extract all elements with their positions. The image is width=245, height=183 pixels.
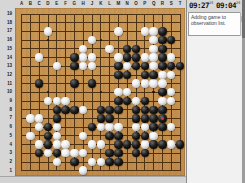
- stone-white-Q17: [149, 27, 157, 35]
- stone-black-G2: [70, 158, 78, 166]
- stone-white-S10: [167, 88, 175, 96]
- row-label-19: 19: [1, 11, 12, 17]
- stone-black-D6: [44, 123, 52, 131]
- go-board[interactable]: [15, 8, 185, 176]
- row-label-5: 5: [1, 133, 12, 139]
- stone-white-D9: [44, 97, 52, 105]
- grid-line-v: [109, 14, 110, 171]
- stone-white-C4: [35, 140, 43, 148]
- stone-white-C14: [35, 53, 43, 61]
- stone-white-Q11: [149, 79, 157, 87]
- col-label-A: A: [18, 0, 26, 7]
- stone-black-L5: [105, 132, 113, 140]
- stone-white-J2: [88, 158, 96, 166]
- star-point: [47, 39, 49, 41]
- stone-black-R14: [158, 53, 166, 61]
- stone-black-O7: [132, 114, 140, 122]
- col-label-D: D: [44, 0, 52, 7]
- stone-black-E7: [53, 114, 61, 122]
- row-label-9: 9: [1, 98, 12, 104]
- stone-white-H5: [79, 132, 87, 140]
- stone-black-C11: [35, 79, 43, 87]
- stone-white-H14: [79, 53, 87, 61]
- stone-black-M4: [114, 140, 122, 148]
- stone-white-S6: [167, 123, 175, 131]
- stone-black-P7: [141, 114, 149, 122]
- stone-black-G13: [70, 62, 78, 70]
- col-label-J: J: [88, 0, 96, 7]
- col-label-E: E: [53, 0, 61, 7]
- stone-black-R13: [158, 62, 166, 70]
- stone-black-P8: [141, 106, 149, 114]
- go-client-window: ABCDEFGHJKLMNOPQRST 19181716151413121110…: [0, 0, 245, 183]
- stone-black-N4: [123, 140, 131, 148]
- stone-white-K2: [97, 158, 105, 166]
- stone-black-N15: [123, 45, 131, 53]
- stone-black-M12: [114, 71, 122, 79]
- stone-black-N14: [123, 53, 131, 61]
- stone-white-F3: [61, 149, 69, 157]
- row-label-6: 6: [1, 124, 12, 130]
- stone-black-Q4: [149, 140, 157, 148]
- col-label-O: O: [132, 0, 140, 7]
- row-label-14: 14: [1, 55, 12, 61]
- stone-white-M14: [114, 53, 122, 61]
- stone-white-M17: [114, 27, 122, 35]
- stone-white-D17: [44, 27, 52, 35]
- row-label-1: 1: [1, 168, 12, 174]
- stone-white-S14: [167, 53, 175, 61]
- stone-black-R17: [158, 27, 166, 35]
- col-label-B: B: [26, 0, 34, 7]
- grid-line-h: [21, 170, 180, 171]
- stone-white-Q15: [149, 45, 157, 53]
- stone-black-O5: [132, 132, 140, 140]
- col-label-L: L: [106, 0, 114, 7]
- stone-black-K8: [97, 106, 105, 114]
- status-bar: [0, 176, 186, 183]
- stone-white-Q5: [149, 132, 157, 140]
- stone-white-P4: [141, 140, 149, 148]
- stone-black-P12: [141, 71, 149, 79]
- stone-black-N9: [123, 97, 131, 105]
- stone-black-T13: [176, 62, 184, 70]
- stone-black-G14: [70, 53, 78, 61]
- stone-white-P17: [141, 27, 149, 35]
- stone-black-L7: [105, 114, 113, 122]
- stone-white-M10: [114, 88, 122, 96]
- stone-black-L3: [105, 149, 113, 157]
- stone-black-J11: [88, 79, 96, 87]
- row-label-12: 12: [1, 72, 12, 78]
- stone-black-R16: [158, 36, 166, 44]
- stone-white-C7: [35, 114, 43, 122]
- stone-white-J13: [88, 62, 96, 70]
- col-label-N: N: [123, 0, 131, 7]
- row-label-4: 4: [1, 142, 12, 148]
- clock-row: 09:2725 09:0425: [187, 0, 245, 12]
- stone-white-H15: [79, 45, 87, 53]
- stone-black-Q6: [149, 123, 157, 131]
- stone-white-J4: [88, 140, 96, 148]
- stone-white-R11: [158, 79, 166, 87]
- stone-white-J16: [88, 36, 96, 44]
- stone-black-S16: [167, 36, 175, 44]
- stone-black-L8: [105, 106, 113, 114]
- row-label-16: 16: [1, 37, 12, 43]
- stone-black-P9: [141, 97, 149, 105]
- stone-black-P5: [141, 132, 149, 140]
- stone-black-F8: [61, 106, 69, 114]
- last-move-marker: [161, 117, 164, 120]
- stone-black-M5: [114, 132, 122, 140]
- star-point: [100, 39, 102, 41]
- stone-white-K4: [97, 140, 105, 148]
- col-label-P: P: [141, 0, 149, 7]
- board-region: ABCDEFGHJKLMNOPQRST 19181716151413121110…: [0, 0, 186, 183]
- stone-white-Q14: [149, 53, 157, 61]
- message-log[interactable]: Adding game to observation list.: [188, 12, 241, 36]
- stone-white-E13: [53, 62, 61, 70]
- stone-white-Q13: [149, 62, 157, 70]
- stone-black-G8: [70, 106, 78, 114]
- stone-white-N10: [123, 88, 131, 96]
- stone-black-E8: [53, 106, 61, 114]
- player1-clock-sub: 25: [209, 1, 213, 5]
- stone-white-E5: [53, 132, 61, 140]
- row-label-7: 7: [1, 115, 12, 121]
- stone-black-K7: [97, 114, 105, 122]
- stone-white-Q16: [149, 36, 157, 44]
- stone-white-H3: [79, 149, 87, 157]
- stone-white-C6: [35, 123, 43, 131]
- stone-white-H8: [79, 106, 87, 114]
- col-label-G: G: [70, 0, 78, 7]
- stone-white-H1: [79, 166, 87, 174]
- stone-black-M2: [114, 158, 122, 166]
- row-label-11: 11: [1, 81, 12, 87]
- stone-white-P14: [141, 53, 149, 61]
- stone-black-R15: [158, 45, 166, 53]
- row-label-15: 15: [1, 46, 12, 52]
- col-label-H: H: [79, 0, 87, 7]
- stone-white-P11: [141, 79, 149, 87]
- stone-white-E4: [53, 140, 61, 148]
- row-label-13: 13: [1, 63, 12, 69]
- stone-white-J14: [88, 53, 96, 61]
- col-label-K: K: [97, 0, 105, 7]
- stone-black-R10: [158, 88, 166, 96]
- stone-white-G3: [70, 149, 78, 157]
- stone-white-M6: [114, 123, 122, 131]
- stone-black-R7: [158, 114, 166, 122]
- col-label-Q: Q: [150, 0, 158, 7]
- stone-white-R9: [158, 97, 166, 105]
- stone-black-O15: [132, 45, 140, 53]
- col-label-R: R: [158, 0, 166, 7]
- stone-black-P3: [141, 149, 149, 157]
- col-label-T: T: [176, 0, 184, 7]
- stone-white-P6: [141, 123, 149, 131]
- col-label-F: F: [62, 0, 70, 7]
- stone-white-O11: [132, 79, 140, 87]
- stone-white-S9: [167, 97, 175, 105]
- stone-black-G11: [70, 79, 78, 87]
- stone-white-S12: [167, 71, 175, 79]
- row-label-10: 10: [1, 89, 12, 95]
- stone-white-H13: [79, 62, 87, 70]
- col-label-M: M: [114, 0, 122, 7]
- stone-black-C3: [35, 149, 43, 157]
- stone-white-S4: [167, 140, 175, 148]
- stone-white-O6: [132, 123, 140, 131]
- row-label-17: 17: [1, 28, 12, 34]
- stone-white-B7: [26, 114, 34, 122]
- stone-black-M8: [114, 106, 122, 114]
- stone-white-L6: [105, 123, 113, 131]
- panel-scrollbar[interactable]: [242, 0, 245, 183]
- stone-black-M9: [114, 97, 122, 105]
- stone-black-O13: [132, 62, 140, 70]
- stone-white-K6: [97, 123, 105, 131]
- stone-white-F9: [61, 97, 69, 105]
- stone-black-O4: [132, 140, 140, 148]
- stone-black-O8: [132, 106, 140, 114]
- stone-white-E6: [53, 123, 61, 131]
- stone-white-E9: [53, 97, 61, 105]
- stone-black-J6: [88, 123, 96, 131]
- stone-black-S13: [167, 62, 175, 70]
- player2-clock-sub: 25: [236, 1, 240, 5]
- stone-black-R6: [158, 123, 166, 131]
- stone-black-T4: [176, 140, 184, 148]
- stone-black-M3: [114, 149, 122, 157]
- stone-black-R8: [158, 106, 166, 114]
- stone-black-O14: [132, 53, 140, 61]
- stone-black-D5: [44, 132, 52, 140]
- row-label-8: 8: [1, 107, 12, 113]
- stone-black-Q12: [149, 71, 157, 79]
- stone-white-L15: [105, 45, 113, 53]
- player1-clock: 09:2725: [189, 1, 213, 10]
- stone-black-Q8: [149, 106, 157, 114]
- stone-white-R12: [158, 71, 166, 79]
- player2-clock: 09:0425: [216, 1, 240, 10]
- stone-black-L2: [105, 158, 113, 166]
- stone-white-O9: [132, 97, 140, 105]
- stone-black-M13: [114, 62, 122, 70]
- col-label-C: C: [35, 0, 43, 7]
- stone-white-F4: [61, 140, 69, 148]
- row-label-3: 3: [1, 150, 12, 156]
- col-label-S: S: [167, 0, 175, 7]
- stone-black-E3: [53, 149, 61, 157]
- stone-black-N12: [123, 71, 131, 79]
- panel-scrollbar-thumb[interactable]: [242, 0, 245, 38]
- stone-white-E2: [53, 158, 61, 166]
- stone-white-B5: [26, 132, 34, 140]
- row-label-18: 18: [1, 20, 12, 26]
- stone-black-R4: [158, 140, 166, 148]
- stone-white-D3: [44, 149, 52, 157]
- stone-black-Q7: [149, 114, 157, 122]
- stone-white-N13: [123, 62, 131, 70]
- stone-black-D4: [44, 140, 52, 148]
- side-panel: 09:2725 09:0425 Adding game to observati…: [186, 0, 245, 183]
- row-label-2: 2: [1, 159, 12, 165]
- stone-black-P13: [141, 62, 149, 70]
- stone-black-O3: [132, 149, 140, 157]
